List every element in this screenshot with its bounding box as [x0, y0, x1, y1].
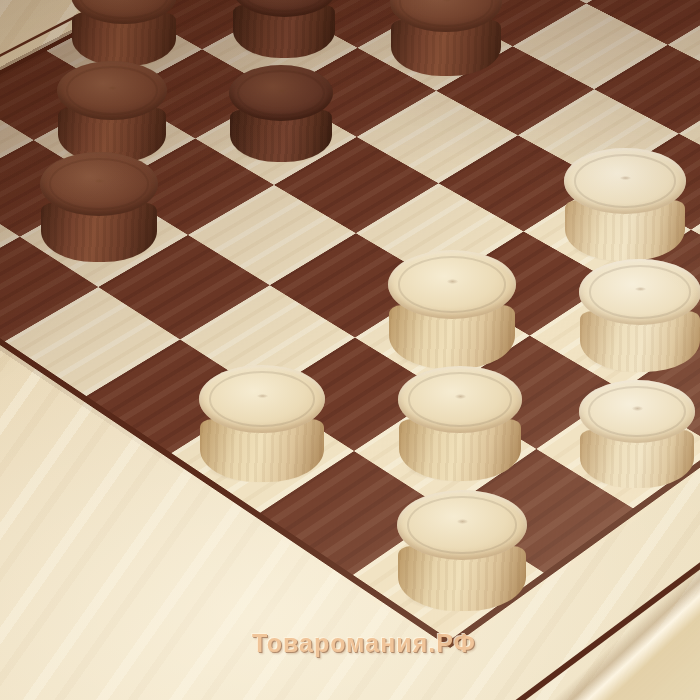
piece-top-face — [40, 152, 158, 216]
piece-top-face — [579, 259, 700, 325]
checker-piece-dark-c7 — [57, 61, 167, 163]
checker-piece-dark-d8 — [71, 0, 177, 66]
piece-top-face — [397, 490, 527, 560]
piece-top-face — [199, 365, 325, 433]
checker-piece-light-b2 — [398, 366, 522, 481]
checker-piece-light-c3 — [388, 250, 516, 369]
checker-piece-light-a3 — [199, 365, 325, 482]
piece-top-face — [229, 65, 333, 121]
piece-top-face — [388, 250, 516, 319]
checker-piece-light-e3 — [564, 148, 686, 261]
piece-top-face — [57, 61, 167, 120]
checker-piece-dark-b6 — [40, 152, 158, 262]
checker-piece-dark-e7 — [232, 0, 337, 58]
pieces-layer — [0, 0, 700, 700]
checker-piece-light-c1 — [579, 380, 695, 488]
checkers-photo-stage: Товаромания.РФ — [0, 0, 700, 700]
checker-piece-dark-f6 — [390, 0, 502, 76]
piece-top-face — [564, 148, 686, 214]
checker-piece-light-d2 — [579, 259, 700, 372]
piece-top-face — [398, 366, 522, 433]
checker-piece-dark-d6 — [229, 65, 333, 162]
piece-top-face — [579, 380, 695, 443]
checker-piece-light-a1 — [397, 490, 527, 611]
watermark-text: Товаромания.РФ — [252, 631, 476, 656]
